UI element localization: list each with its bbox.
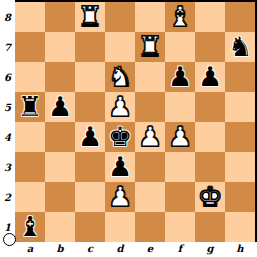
white-rook: ♜ bbox=[78, 2, 102, 32]
square-a2[interactable] bbox=[15, 182, 45, 212]
square-a1[interactable]: ♝ bbox=[15, 212, 45, 242]
square-h4[interactable] bbox=[225, 122, 255, 152]
square-e3[interactable] bbox=[135, 152, 165, 182]
white-to-move-indicator bbox=[3, 233, 16, 246]
white-pawn: ♟ bbox=[108, 182, 132, 212]
file-label-a: a bbox=[15, 242, 45, 257]
square-f2[interactable] bbox=[165, 182, 195, 212]
square-e2[interactable] bbox=[135, 182, 165, 212]
board-border-right bbox=[255, 0, 257, 242]
square-f3[interactable] bbox=[165, 152, 195, 182]
square-d5[interactable]: ♟ bbox=[105, 92, 135, 122]
square-b1[interactable] bbox=[45, 212, 75, 242]
square-e6[interactable] bbox=[135, 62, 165, 92]
rank-label-6: 6 bbox=[0, 62, 15, 92]
square-d3[interactable]: ♟ bbox=[105, 152, 135, 182]
square-f1[interactable] bbox=[165, 212, 195, 242]
black-rook: ♜ bbox=[18, 92, 42, 122]
square-e7[interactable]: ♜ bbox=[135, 32, 165, 62]
square-b3[interactable] bbox=[45, 152, 75, 182]
square-c8[interactable]: ♜ bbox=[75, 2, 105, 32]
rank-label-3: 3 bbox=[0, 152, 15, 182]
square-d1[interactable] bbox=[105, 212, 135, 242]
square-h3[interactable] bbox=[225, 152, 255, 182]
square-g7[interactable] bbox=[195, 32, 225, 62]
square-h8[interactable] bbox=[225, 2, 255, 32]
black-pawn: ♟ bbox=[198, 62, 222, 92]
rank-label-7: 7 bbox=[0, 32, 15, 62]
square-h7[interactable]: ♞ bbox=[225, 32, 255, 62]
black-king: ♚ bbox=[108, 122, 132, 152]
white-pawn: ♟ bbox=[168, 122, 192, 152]
square-b4[interactable] bbox=[45, 122, 75, 152]
square-c7[interactable] bbox=[75, 32, 105, 62]
square-c6[interactable] bbox=[75, 62, 105, 92]
square-b7[interactable] bbox=[45, 32, 75, 62]
square-c1[interactable] bbox=[75, 212, 105, 242]
black-pawn: ♟ bbox=[108, 152, 132, 182]
square-e8[interactable] bbox=[135, 2, 165, 32]
white-knight: ♞ bbox=[108, 62, 132, 92]
square-b5[interactable]: ♟ bbox=[45, 92, 75, 122]
chess-diagram: 87654321 ♜♝♜♞♞♟♟♜♟♟♟♚♟♟♟♟♚♝ abcdefgh bbox=[0, 0, 257, 257]
square-b8[interactable] bbox=[45, 2, 75, 32]
square-a6[interactable] bbox=[15, 62, 45, 92]
file-labels: abcdefgh bbox=[15, 242, 255, 257]
white-king: ♚ bbox=[198, 182, 222, 212]
square-f8[interactable]: ♝ bbox=[165, 2, 195, 32]
file-label-b: b bbox=[45, 242, 75, 257]
square-g6[interactable]: ♟ bbox=[195, 62, 225, 92]
square-g2[interactable]: ♚ bbox=[195, 182, 225, 212]
rank-label-2: 2 bbox=[0, 182, 15, 212]
square-d4[interactable]: ♚ bbox=[105, 122, 135, 152]
square-e1[interactable] bbox=[135, 212, 165, 242]
square-c3[interactable] bbox=[75, 152, 105, 182]
square-g5[interactable] bbox=[195, 92, 225, 122]
rank-label-4: 4 bbox=[0, 122, 15, 152]
black-pawn: ♟ bbox=[48, 92, 72, 122]
square-d8[interactable] bbox=[105, 2, 135, 32]
black-knight: ♞ bbox=[228, 32, 252, 62]
rank-label-8: 8 bbox=[0, 2, 15, 32]
file-label-h: h bbox=[225, 242, 255, 257]
black-bishop: ♝ bbox=[18, 212, 42, 242]
square-c5[interactable] bbox=[75, 92, 105, 122]
square-b2[interactable] bbox=[45, 182, 75, 212]
square-c2[interactable] bbox=[75, 182, 105, 212]
square-a5[interactable]: ♜ bbox=[15, 92, 45, 122]
board: ♜♝♜♞♞♟♟♜♟♟♟♚♟♟♟♟♚♝ bbox=[15, 2, 255, 242]
square-d7[interactable] bbox=[105, 32, 135, 62]
white-pawn: ♟ bbox=[108, 92, 132, 122]
square-b6[interactable] bbox=[45, 62, 75, 92]
black-pawn: ♟ bbox=[78, 122, 102, 152]
rank-labels: 87654321 bbox=[0, 2, 15, 242]
file-label-f: f bbox=[165, 242, 195, 257]
square-e5[interactable] bbox=[135, 92, 165, 122]
file-label-g: g bbox=[195, 242, 225, 257]
square-h1[interactable] bbox=[225, 212, 255, 242]
square-d6[interactable]: ♞ bbox=[105, 62, 135, 92]
square-h5[interactable] bbox=[225, 92, 255, 122]
white-bishop: ♝ bbox=[168, 2, 192, 32]
square-f6[interactable]: ♟ bbox=[165, 62, 195, 92]
square-f4[interactable]: ♟ bbox=[165, 122, 195, 152]
square-g3[interactable] bbox=[195, 152, 225, 182]
square-a8[interactable] bbox=[15, 2, 45, 32]
square-c4[interactable]: ♟ bbox=[75, 122, 105, 152]
square-g4[interactable] bbox=[195, 122, 225, 152]
square-h6[interactable] bbox=[225, 62, 255, 92]
square-g1[interactable] bbox=[195, 212, 225, 242]
white-pawn: ♟ bbox=[138, 122, 162, 152]
square-h2[interactable] bbox=[225, 182, 255, 212]
square-d2[interactable]: ♟ bbox=[105, 182, 135, 212]
rank-label-5: 5 bbox=[0, 92, 15, 122]
black-pawn: ♟ bbox=[168, 62, 192, 92]
white-rook: ♜ bbox=[138, 32, 162, 62]
file-label-e: e bbox=[135, 242, 165, 257]
file-label-c: c bbox=[75, 242, 105, 257]
square-a4[interactable] bbox=[15, 122, 45, 152]
square-f7[interactable] bbox=[165, 32, 195, 62]
square-a3[interactable] bbox=[15, 152, 45, 182]
square-e4[interactable]: ♟ bbox=[135, 122, 165, 152]
file-label-d: d bbox=[105, 242, 135, 257]
square-g8[interactable] bbox=[195, 2, 225, 32]
square-a7[interactable] bbox=[15, 32, 45, 62]
square-f5[interactable] bbox=[165, 92, 195, 122]
